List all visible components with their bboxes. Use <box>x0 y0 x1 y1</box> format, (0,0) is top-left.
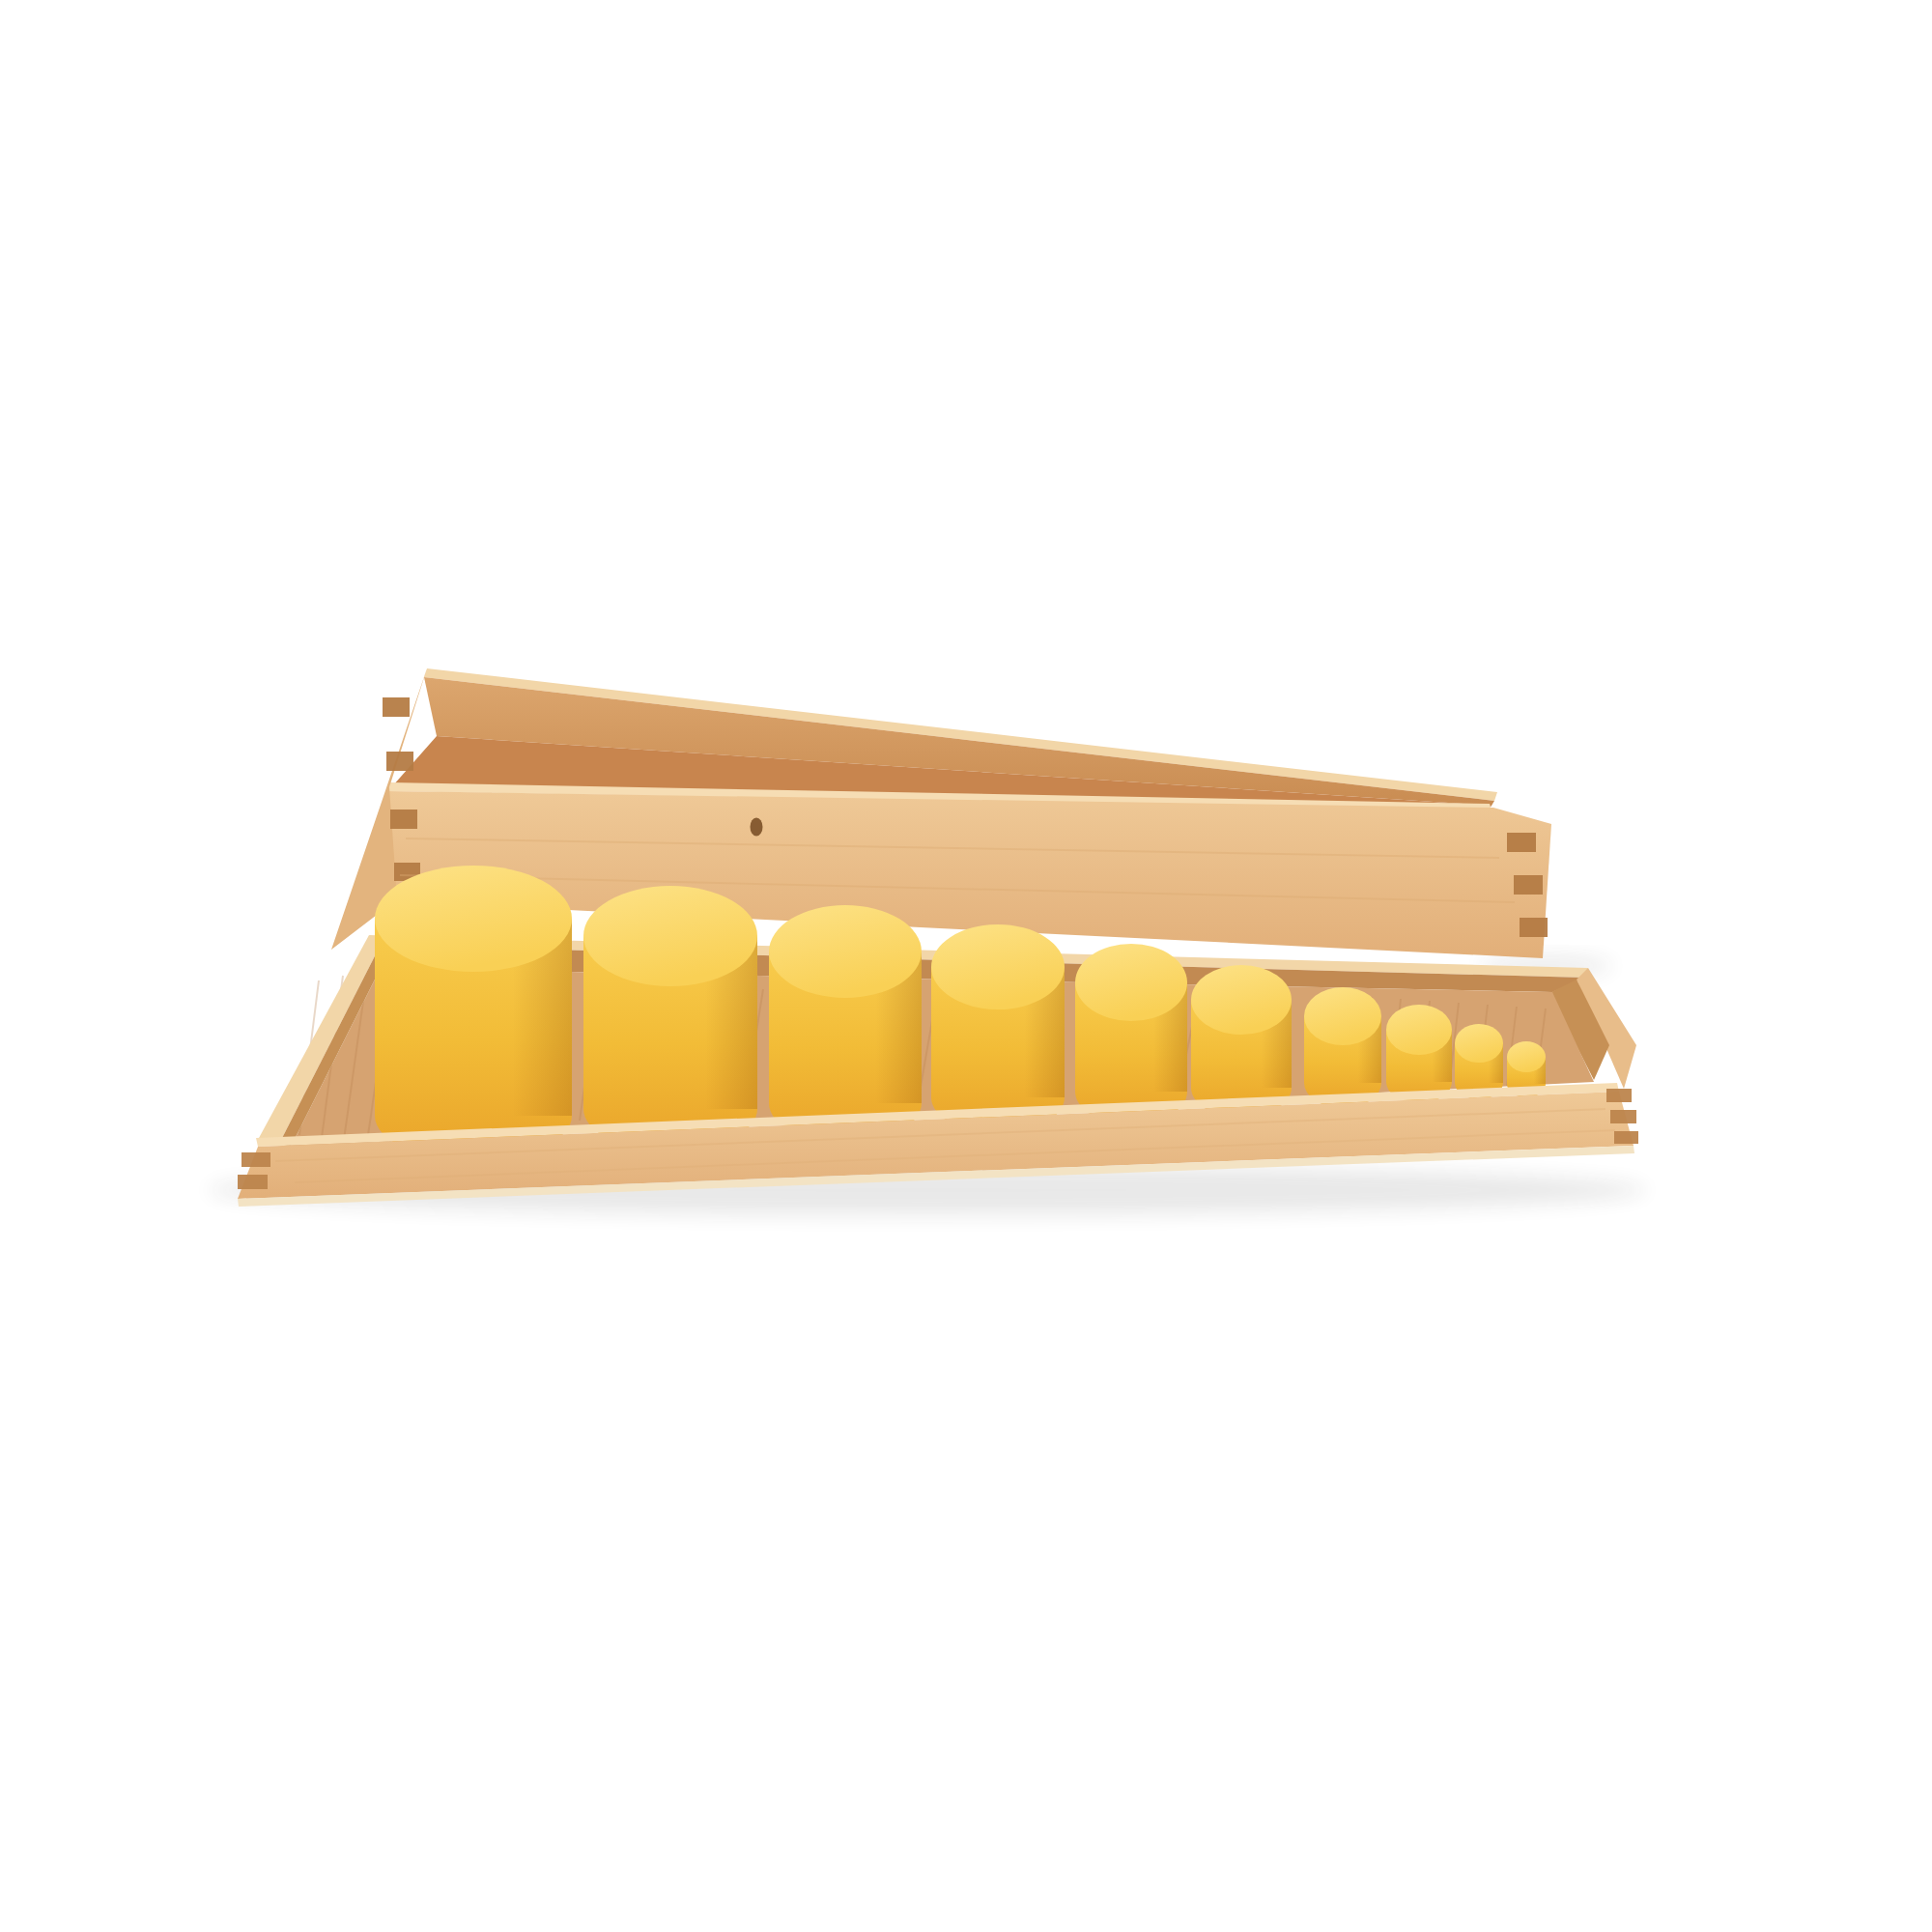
cylinder-2 <box>583 886 757 1151</box>
cylinder-8 <box>1386 1005 1452 1103</box>
cylinder-6-top-face <box>1191 965 1292 1035</box>
cylinder-1 <box>375 866 572 1161</box>
product-photo <box>0 0 1932 1932</box>
cylinder-10-top-face <box>1507 1041 1546 1072</box>
cylinder-2-top-face <box>583 886 757 986</box>
cylinder-4 <box>931 924 1065 1133</box>
cylinder-7-top-face <box>1304 987 1381 1045</box>
cylinder-7 <box>1304 987 1381 1108</box>
cylinder-1-top-face <box>375 866 572 972</box>
cylinder-4-top-face <box>931 924 1065 1009</box>
cylinder-3 <box>769 905 922 1143</box>
wood-knot <box>751 818 763 837</box>
scene-svg <box>0 0 1932 1932</box>
cylinder-5-top-face <box>1075 944 1187 1021</box>
cylinder-9-top-face <box>1455 1024 1503 1063</box>
cylinder-8-top-face <box>1386 1005 1452 1055</box>
cylinder-3-top-face <box>769 905 922 998</box>
cylinder-5 <box>1075 944 1187 1124</box>
cylinder-6 <box>1191 965 1292 1118</box>
